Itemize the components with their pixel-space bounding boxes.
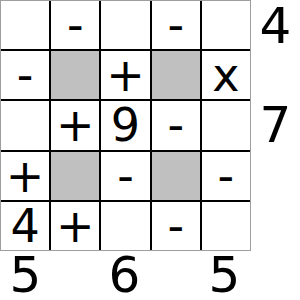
blocked-cell-r2c4	[152, 51, 200, 99]
col-result-5: 5	[199, 251, 250, 298]
operator-cell-r2c3: +	[101, 51, 149, 99]
puzzle-board: ---+x+9-+--4+-	[0, 0, 251, 251]
number-cell-r5c3[interactable]	[101, 202, 149, 250]
number-cell-r5c5[interactable]	[202, 202, 250, 250]
number-cell-r1c3[interactable]	[101, 1, 149, 49]
operator-cell-r4c3: -	[101, 152, 149, 200]
operator-cell-r4c1: +	[1, 152, 49, 200]
blocked-cell-r4c4	[152, 152, 200, 200]
col-result-1: 5	[0, 251, 51, 298]
operator-cell-r5c4: -	[152, 202, 200, 250]
operator-cell-r3c4: -	[152, 101, 200, 149]
number-cell-r3c3: 9	[101, 101, 149, 149]
operator-cell-r3c2: +	[51, 101, 99, 149]
blocked-cell-r4c2	[51, 152, 99, 200]
number-cell-r3c1[interactable]	[1, 101, 49, 149]
operator-cell-r1c2: -	[51, 1, 99, 49]
operator-cell-r2c1: -	[1, 51, 49, 99]
operator-cell-r4c5: -	[202, 152, 250, 200]
blocked-cell-r2c2	[51, 51, 99, 99]
col-result-3: 6	[99, 251, 150, 298]
number-cell-r3c5[interactable]	[202, 101, 250, 149]
number-cell-r5c1: 4	[1, 202, 49, 250]
number-cell-r1c1[interactable]	[1, 1, 49, 49]
operator-cell-r5c2: +	[51, 202, 99, 250]
row-result-3: 7	[251, 99, 300, 150]
operator-cell-r1c4: -	[152, 1, 200, 49]
row-result-1: 4	[251, 0, 300, 51]
puzzle-stage: ---+x+9-+--4+- 4 7 5 6 5	[0, 0, 300, 300]
operator-cell-r2c5: x	[202, 51, 250, 99]
number-cell-r1c5[interactable]	[202, 1, 250, 49]
